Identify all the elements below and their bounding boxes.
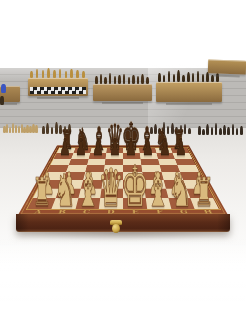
piece-black-pawn[interactable]: ♟	[175, 135, 187, 158]
piece-white-king[interactable]: ♚	[121, 159, 149, 216]
piece-white-bishop[interactable]: ♝	[77, 166, 100, 213]
piece-black-pawn[interactable]: ♟	[59, 135, 71, 158]
piece-black-pawn[interactable]: ♟	[92, 135, 104, 158]
piece-white-bishop[interactable]: ♝	[146, 166, 169, 213]
piece-black-pawn[interactable]: ♟	[76, 135, 88, 158]
piece-black-pawn[interactable]: ♟	[109, 135, 121, 158]
piece-black-pawn[interactable]: ♟	[159, 135, 171, 158]
pieces-layer: ♜♞♝♛♚♝♞♜♟♟♟♟♟♟♟♟♟♟♟♟♟♟♟♟♜♞♝♛♚♝♞♜	[0, 0, 246, 328]
piece-white-knight[interactable]: ♞	[54, 168, 76, 213]
piece-white-knight[interactable]: ♞	[170, 168, 192, 213]
piece-white-rook[interactable]: ♜	[32, 173, 51, 212]
product-photo: ABCDEFGH 87654321 ♜♞♝♛♚♝♞♜♟♟♟♟♟♟♟♟♟♟♟♟♟♟…	[0, 0, 246, 328]
piece-white-rook[interactable]: ♜	[194, 173, 213, 212]
